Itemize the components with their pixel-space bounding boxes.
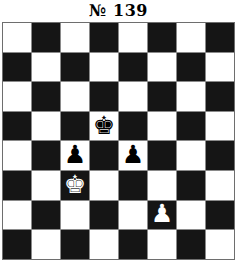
square-h3[interactable]	[206, 171, 234, 200]
piece-white-pawn[interactable]: ♟	[151, 201, 173, 226]
square-b5[interactable]	[32, 112, 60, 141]
square-e8[interactable]	[119, 23, 147, 52]
square-f6[interactable]	[148, 82, 176, 111]
square-f5[interactable]	[148, 112, 176, 141]
square-c8[interactable]	[61, 23, 89, 52]
square-b4[interactable]	[32, 141, 60, 170]
square-c1[interactable]	[61, 230, 89, 259]
square-f2[interactable]: ♟	[148, 201, 176, 230]
chess-board: ♚♟♟♚♟	[2, 22, 235, 260]
piece-black-king[interactable]: ♚	[93, 113, 115, 138]
square-b3[interactable]	[32, 171, 60, 200]
diagram-page: № 139 ♚♟♟♚♟	[0, 0, 237, 261]
square-g7[interactable]	[177, 53, 205, 82]
square-b1[interactable]	[32, 230, 60, 259]
square-e2[interactable]	[119, 201, 147, 230]
square-d8[interactable]	[90, 23, 118, 52]
square-f1[interactable]	[148, 230, 176, 259]
square-e3[interactable]	[119, 171, 147, 200]
square-h1[interactable]	[206, 230, 234, 259]
square-g8[interactable]	[177, 23, 205, 52]
square-d2[interactable]	[90, 201, 118, 230]
square-g5[interactable]	[177, 112, 205, 141]
square-g6[interactable]	[177, 82, 205, 111]
square-c2[interactable]	[61, 201, 89, 230]
square-a1[interactable]	[3, 230, 31, 259]
square-d1[interactable]	[90, 230, 118, 259]
square-d5[interactable]: ♚	[90, 112, 118, 141]
square-h8[interactable]	[206, 23, 234, 52]
square-a4[interactable]	[3, 141, 31, 170]
square-c6[interactable]	[61, 82, 89, 111]
square-f3[interactable]	[148, 171, 176, 200]
square-e4[interactable]: ♟	[119, 141, 147, 170]
square-a5[interactable]	[3, 112, 31, 141]
square-b7[interactable]	[32, 53, 60, 82]
square-e7[interactable]	[119, 53, 147, 82]
square-h7[interactable]	[206, 53, 234, 82]
square-a8[interactable]	[3, 23, 31, 52]
square-c4[interactable]: ♟	[61, 141, 89, 170]
piece-black-pawn[interactable]: ♟	[122, 142, 144, 167]
square-h6[interactable]	[206, 82, 234, 111]
square-b2[interactable]	[32, 201, 60, 230]
square-a2[interactable]	[3, 201, 31, 230]
square-f4[interactable]	[148, 141, 176, 170]
square-c5[interactable]	[61, 112, 89, 141]
square-d6[interactable]	[90, 82, 118, 111]
square-d7[interactable]	[90, 53, 118, 82]
square-h2[interactable]	[206, 201, 234, 230]
square-a6[interactable]	[3, 82, 31, 111]
square-b6[interactable]	[32, 82, 60, 111]
square-f7[interactable]	[148, 53, 176, 82]
square-g4[interactable]	[177, 141, 205, 170]
square-a7[interactable]	[3, 53, 31, 82]
square-g3[interactable]	[177, 171, 205, 200]
square-e6[interactable]	[119, 82, 147, 111]
square-h5[interactable]	[206, 112, 234, 141]
square-d3[interactable]	[90, 171, 118, 200]
square-a3[interactable]	[3, 171, 31, 200]
square-c3[interactable]: ♚	[61, 171, 89, 200]
square-f8[interactable]	[148, 23, 176, 52]
square-h4[interactable]	[206, 141, 234, 170]
piece-white-king[interactable]: ♚	[64, 172, 86, 197]
square-e5[interactable]	[119, 112, 147, 141]
piece-black-pawn[interactable]: ♟	[64, 142, 86, 167]
square-b8[interactable]	[32, 23, 60, 52]
diagram-title: № 139	[0, 0, 237, 22]
square-d4[interactable]	[90, 141, 118, 170]
square-g2[interactable]	[177, 201, 205, 230]
square-e1[interactable]	[119, 230, 147, 259]
square-g1[interactable]	[177, 230, 205, 259]
square-c7[interactable]	[61, 53, 89, 82]
